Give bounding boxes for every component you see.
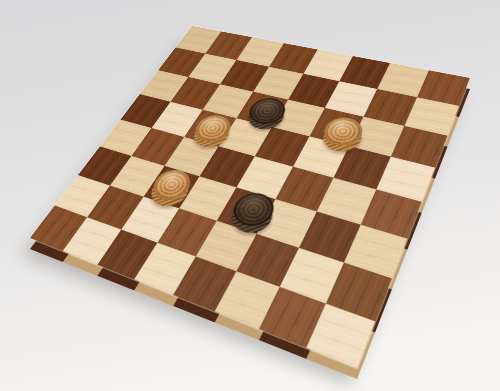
checkers-board-layer: ⛂⛀⛀⛀⛂ (0, 0, 500, 391)
checkers-board: ⛂⛀⛀⛀⛂ (30, 26, 470, 368)
photo-background: ⛂⛀⛀⛀⛂ (0, 0, 500, 391)
